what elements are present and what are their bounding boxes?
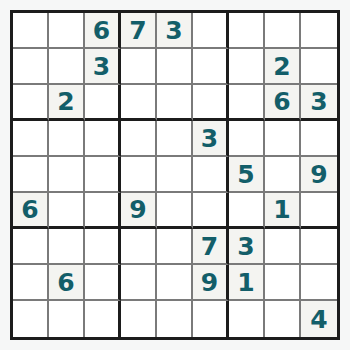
cell-r6c1: 6 xyxy=(13,193,49,229)
cell-r2c7[interactable] xyxy=(229,49,265,85)
cell-r1c3: 6 xyxy=(85,13,121,49)
cell-r8c6: 9 xyxy=(193,265,229,301)
given-digit: 6 xyxy=(273,89,290,114)
cell-r7c8[interactable] xyxy=(265,229,301,265)
cell-r8c7: 1 xyxy=(229,265,265,301)
cell-r9c9: 4 xyxy=(301,301,337,337)
cell-r2c3: 3 xyxy=(85,49,121,85)
given-digit: 1 xyxy=(237,270,254,295)
cell-r4c9[interactable] xyxy=(301,121,337,157)
cell-r8c1[interactable] xyxy=(13,265,49,301)
given-digit: 9 xyxy=(310,162,327,187)
given-digit: 5 xyxy=(237,162,254,187)
cell-r4c6: 3 xyxy=(193,121,229,157)
cell-r3c5[interactable] xyxy=(157,85,193,121)
cell-r8c2: 6 xyxy=(49,265,85,301)
cell-r1c9[interactable] xyxy=(301,13,337,49)
cell-r6c9[interactable] xyxy=(301,193,337,229)
cell-r2c9[interactable] xyxy=(301,49,337,85)
cell-r1c1[interactable] xyxy=(13,13,49,49)
cell-r2c6[interactable] xyxy=(193,49,229,85)
cell-r6c7[interactable] xyxy=(229,193,265,229)
cell-r7c9[interactable] xyxy=(301,229,337,265)
cell-r7c3[interactable] xyxy=(85,229,121,265)
cell-r4c3[interactable] xyxy=(85,121,121,157)
cell-r5c7: 5 xyxy=(229,157,265,193)
given-digit: 3 xyxy=(165,18,182,43)
cell-r7c7: 3 xyxy=(229,229,265,265)
cell-r1c5: 3 xyxy=(157,13,193,49)
cell-r1c2[interactable] xyxy=(49,13,85,49)
cell-r9c5[interactable] xyxy=(157,301,193,337)
cell-r9c4[interactable] xyxy=(121,301,157,337)
given-digit: 6 xyxy=(57,270,74,295)
cell-r3c1[interactable] xyxy=(13,85,49,121)
cell-r3c2: 2 xyxy=(49,85,85,121)
cell-r3c7[interactable] xyxy=(229,85,265,121)
given-digit: 9 xyxy=(129,197,146,222)
cell-r9c2[interactable] xyxy=(49,301,85,337)
cell-r9c6[interactable] xyxy=(193,301,229,337)
cell-r8c8[interactable] xyxy=(265,265,301,301)
given-digit: 4 xyxy=(310,307,327,332)
cell-r5c1[interactable] xyxy=(13,157,49,193)
cell-r2c4[interactable] xyxy=(121,49,157,85)
cell-r4c4[interactable] xyxy=(121,121,157,157)
cell-r5c6[interactable] xyxy=(193,157,229,193)
given-digit: 9 xyxy=(201,270,218,295)
cell-r4c8[interactable] xyxy=(265,121,301,157)
cell-r5c8[interactable] xyxy=(265,157,301,193)
cell-r6c5[interactable] xyxy=(157,193,193,229)
cell-r2c2[interactable] xyxy=(49,49,85,85)
given-digit: 2 xyxy=(57,89,74,114)
cell-r5c9: 9 xyxy=(301,157,337,193)
given-digit: 3 xyxy=(237,234,254,259)
cell-r3c8: 6 xyxy=(265,85,301,121)
cell-r8c3[interactable] xyxy=(85,265,121,301)
cell-r4c1[interactable] xyxy=(13,121,49,157)
cell-r6c3[interactable] xyxy=(85,193,121,229)
cell-r7c5[interactable] xyxy=(157,229,193,265)
cell-r3c6[interactable] xyxy=(193,85,229,121)
cell-r2c1[interactable] xyxy=(13,49,49,85)
cell-r9c3[interactable] xyxy=(85,301,121,337)
cell-r2c5[interactable] xyxy=(157,49,193,85)
cell-r6c8: 1 xyxy=(265,193,301,229)
cell-r8c5[interactable] xyxy=(157,265,193,301)
cell-r5c5[interactable] xyxy=(157,157,193,193)
cell-r4c7[interactable] xyxy=(229,121,265,157)
cell-r9c1[interactable] xyxy=(13,301,49,337)
cell-r6c6[interactable] xyxy=(193,193,229,229)
cell-r2c8: 2 xyxy=(265,49,301,85)
cell-r3c3[interactable] xyxy=(85,85,121,121)
cell-r6c2[interactable] xyxy=(49,193,85,229)
cell-r7c1[interactable] xyxy=(13,229,49,265)
cell-r4c2[interactable] xyxy=(49,121,85,157)
cell-r1c4: 7 xyxy=(121,13,157,49)
cell-r5c2[interactable] xyxy=(49,157,85,193)
cell-r4c5[interactable] xyxy=(157,121,193,157)
cell-r5c4[interactable] xyxy=(121,157,157,193)
given-digit: 3 xyxy=(201,126,218,151)
given-digit: 1 xyxy=(273,197,290,222)
cell-r3c9: 3 xyxy=(301,85,337,121)
given-digit: 7 xyxy=(201,234,218,259)
cell-r3c4[interactable] xyxy=(121,85,157,121)
cell-r9c8[interactable] xyxy=(265,301,301,337)
cell-r5c3[interactable] xyxy=(85,157,121,193)
given-digit: 3 xyxy=(93,54,110,79)
cell-r8c9[interactable] xyxy=(301,265,337,301)
cell-r7c4[interactable] xyxy=(121,229,157,265)
cell-r6c4: 9 xyxy=(121,193,157,229)
sudoku-board: 67332263359691736914 xyxy=(10,10,340,340)
given-digit: 7 xyxy=(129,18,146,43)
cell-r1c7[interactable] xyxy=(229,13,265,49)
sudoku-page: 67332263359691736914 xyxy=(0,0,350,350)
cell-r8c4[interactable] xyxy=(121,265,157,301)
given-digit: 2 xyxy=(273,54,290,79)
cell-r1c8[interactable] xyxy=(265,13,301,49)
cell-r7c6: 7 xyxy=(193,229,229,265)
cell-r9c7[interactable] xyxy=(229,301,265,337)
cell-r1c6[interactable] xyxy=(193,13,229,49)
given-digit: 6 xyxy=(21,197,38,222)
cell-r7c2[interactable] xyxy=(49,229,85,265)
given-digit: 6 xyxy=(93,18,110,43)
given-digit: 3 xyxy=(310,89,327,114)
